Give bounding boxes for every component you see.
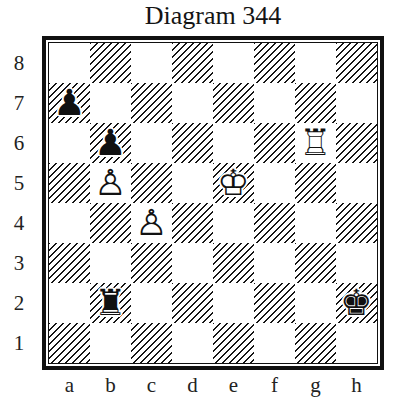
square-a1 xyxy=(49,323,90,363)
file-label-b: b xyxy=(90,371,131,399)
square-f6 xyxy=(254,123,295,163)
square-f1 xyxy=(254,323,295,363)
board-inner-frame: ♟♟♟♟♜♖♟♙♚♔♟♙♜♜♚♚ xyxy=(48,42,378,364)
square-d2 xyxy=(172,283,213,323)
square-f8 xyxy=(254,43,295,83)
rank-label-1: 1 xyxy=(6,323,32,363)
file-label-a: a xyxy=(49,371,90,399)
square-a8 xyxy=(49,43,90,83)
black-king-h2: ♚♚ xyxy=(336,283,377,323)
file-label-d: d xyxy=(172,371,213,399)
square-h3 xyxy=(336,243,377,283)
square-g2 xyxy=(295,283,336,323)
board-grid: ♟♟♟♟♜♖♟♙♚♔♟♙♜♜♚♚ xyxy=(49,43,377,363)
chess-board: ♟♟♟♟♜♖♟♙♚♔♟♙♜♜♚♚ xyxy=(42,36,384,370)
square-e1 xyxy=(213,323,254,363)
square-c4: ♟♙ xyxy=(131,203,172,243)
rank-labels: 87654321 xyxy=(6,43,32,363)
square-c2 xyxy=(131,283,172,323)
square-a4 xyxy=(49,203,90,243)
rank-label-5: 5 xyxy=(6,163,32,203)
rank-label-6: 6 xyxy=(6,123,32,163)
file-label-g: g xyxy=(295,371,336,399)
square-d5 xyxy=(172,163,213,203)
rank-label-8: 8 xyxy=(6,43,32,83)
square-f4 xyxy=(254,203,295,243)
square-c1 xyxy=(131,323,172,363)
square-g6: ♜♖ xyxy=(295,123,336,163)
square-g8 xyxy=(295,43,336,83)
square-c3 xyxy=(131,243,172,283)
chess-diagram-page: Diagram 344 87654321 ♟♟♟♟♜♖♟♙♚♔♟♙♜♜♚♚ ab… xyxy=(0,0,400,400)
white-king-e5: ♚♔ xyxy=(213,163,254,203)
square-e6 xyxy=(213,123,254,163)
square-h6 xyxy=(336,123,377,163)
square-c5 xyxy=(131,163,172,203)
square-a6 xyxy=(49,123,90,163)
square-b7 xyxy=(90,83,131,123)
square-g5 xyxy=(295,163,336,203)
rank-label-3: 3 xyxy=(6,243,32,283)
white-pawn-b5: ♟♙ xyxy=(90,163,131,203)
square-b4 xyxy=(90,203,131,243)
square-h7 xyxy=(336,83,377,123)
square-a7: ♟♟ xyxy=(49,83,90,123)
square-f3 xyxy=(254,243,295,283)
square-h8 xyxy=(336,43,377,83)
square-a2 xyxy=(49,283,90,323)
square-h4 xyxy=(336,203,377,243)
square-d8 xyxy=(172,43,213,83)
black-pawn-a7: ♟♟ xyxy=(49,83,90,123)
square-h1 xyxy=(336,323,377,363)
square-g3 xyxy=(295,243,336,283)
square-c6 xyxy=(131,123,172,163)
square-d6 xyxy=(172,123,213,163)
square-e7 xyxy=(213,83,254,123)
square-e2 xyxy=(213,283,254,323)
square-g1 xyxy=(295,323,336,363)
square-d7 xyxy=(172,83,213,123)
square-e8 xyxy=(213,43,254,83)
square-e3 xyxy=(213,243,254,283)
square-b2: ♜♜ xyxy=(90,283,131,323)
square-c7 xyxy=(131,83,172,123)
white-pawn-c4: ♟♙ xyxy=(131,203,172,243)
diagram-title: Diagram 344 xyxy=(42,0,384,34)
square-h5 xyxy=(336,163,377,203)
file-label-h: h xyxy=(336,371,377,399)
square-b6: ♟♟ xyxy=(90,123,131,163)
file-label-f: f xyxy=(254,371,295,399)
square-h2: ♚♚ xyxy=(336,283,377,323)
square-d1 xyxy=(172,323,213,363)
square-c8 xyxy=(131,43,172,83)
square-d4 xyxy=(172,203,213,243)
square-g7 xyxy=(295,83,336,123)
square-b1 xyxy=(90,323,131,363)
square-b8 xyxy=(90,43,131,83)
file-labels: abcdefgh xyxy=(49,371,377,399)
square-g4 xyxy=(295,203,336,243)
file-label-e: e xyxy=(213,371,254,399)
square-b3 xyxy=(90,243,131,283)
black-rook-b2: ♜♜ xyxy=(90,283,131,323)
black-pawn-b6: ♟♟ xyxy=(90,123,131,163)
square-f7 xyxy=(254,83,295,123)
rank-label-2: 2 xyxy=(6,283,32,323)
square-e4 xyxy=(213,203,254,243)
white-rook-g6: ♜♖ xyxy=(295,123,336,163)
rank-label-4: 4 xyxy=(6,203,32,243)
square-d3 xyxy=(172,243,213,283)
square-f2 xyxy=(254,283,295,323)
square-e5: ♚♔ xyxy=(213,163,254,203)
square-a3 xyxy=(49,243,90,283)
square-f5 xyxy=(254,163,295,203)
square-a5 xyxy=(49,163,90,203)
square-b5: ♟♙ xyxy=(90,163,131,203)
file-label-c: c xyxy=(131,371,172,399)
rank-label-7: 7 xyxy=(6,83,32,123)
